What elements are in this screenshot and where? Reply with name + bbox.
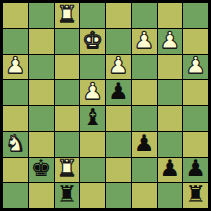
square-d4[interactable]: ♝: [80, 106, 105, 131]
white-pawn[interactable]: ♟: [185, 55, 206, 78]
square-g3[interactable]: [158, 132, 183, 157]
square-d3[interactable]: [80, 132, 105, 157]
square-c5[interactable]: [55, 80, 80, 105]
square-b1[interactable]: [29, 183, 54, 208]
square-e1[interactable]: [106, 183, 131, 208]
chess-board: ♜♚♟♟♟♟♟♟♟♝♞♟♚♜♟♟♜♜: [3, 3, 208, 208]
square-h6[interactable]: ♟: [183, 55, 208, 80]
black-bishop[interactable]: ♝: [82, 106, 103, 129]
white-pawn[interactable]: ♟: [134, 29, 155, 52]
square-b8[interactable]: [29, 3, 54, 28]
square-e7[interactable]: [106, 29, 131, 54]
chess-board-frame: ♜♚♟♟♟♟♟♟♟♝♞♟♚♜♟♟♜♜: [0, 0, 211, 211]
square-h7[interactable]: [183, 29, 208, 54]
square-b4[interactable]: [29, 106, 54, 131]
square-d5[interactable]: ♟: [80, 80, 105, 105]
square-d8[interactable]: [80, 3, 105, 28]
square-g4[interactable]: [158, 106, 183, 131]
square-f8[interactable]: [132, 3, 157, 28]
square-a5[interactable]: [3, 80, 28, 105]
square-e5[interactable]: ♟: [106, 80, 131, 105]
square-f1[interactable]: [132, 183, 157, 208]
square-a7[interactable]: [3, 29, 28, 54]
square-g6[interactable]: [158, 55, 183, 80]
square-a1[interactable]: [3, 183, 28, 208]
square-g2[interactable]: ♟: [158, 158, 183, 183]
white-knight[interactable]: ♞: [5, 132, 26, 155]
square-a8[interactable]: [3, 3, 28, 28]
square-f4[interactable]: [132, 106, 157, 131]
black-rook[interactable]: ♜: [185, 183, 206, 206]
square-b3[interactable]: [29, 132, 54, 157]
black-rook[interactable]: ♜: [57, 183, 78, 206]
square-h4[interactable]: [183, 106, 208, 131]
square-e6[interactable]: ♟: [106, 55, 131, 80]
black-king[interactable]: ♚: [31, 158, 52, 181]
square-c6[interactable]: [55, 55, 80, 80]
square-e2[interactable]: [106, 158, 131, 183]
white-pawn[interactable]: ♟: [108, 55, 129, 78]
square-c7[interactable]: [55, 29, 80, 54]
square-d2[interactable]: [80, 158, 105, 183]
square-f7[interactable]: ♟: [132, 29, 157, 54]
square-c4[interactable]: [55, 106, 80, 131]
square-h5[interactable]: [183, 80, 208, 105]
square-a2[interactable]: [3, 158, 28, 183]
square-e3[interactable]: [106, 132, 131, 157]
white-pawn[interactable]: ♟: [82, 80, 103, 103]
square-d6[interactable]: [80, 55, 105, 80]
square-h3[interactable]: [183, 132, 208, 157]
black-pawn[interactable]: ♟: [185, 158, 206, 181]
black-pawn[interactable]: ♟: [134, 132, 155, 155]
square-c8[interactable]: ♜: [55, 3, 80, 28]
square-g1[interactable]: [158, 183, 183, 208]
square-f2[interactable]: [132, 158, 157, 183]
white-pawn[interactable]: ♟: [160, 29, 181, 52]
white-pawn[interactable]: ♟: [5, 55, 26, 78]
white-king[interactable]: ♚: [82, 29, 103, 52]
square-g8[interactable]: [158, 3, 183, 28]
white-rook[interactable]: ♜: [57, 158, 78, 181]
square-a3[interactable]: ♞: [3, 132, 28, 157]
square-h1[interactable]: ♜: [183, 183, 208, 208]
square-e4[interactable]: [106, 106, 131, 131]
square-a4[interactable]: [3, 106, 28, 131]
square-f6[interactable]: [132, 55, 157, 80]
square-c1[interactable]: ♜: [55, 183, 80, 208]
square-g7[interactable]: ♟: [158, 29, 183, 54]
square-d1[interactable]: [80, 183, 105, 208]
square-d7[interactable]: ♚: [80, 29, 105, 54]
square-b5[interactable]: [29, 80, 54, 105]
square-e8[interactable]: [106, 3, 131, 28]
square-g5[interactable]: [158, 80, 183, 105]
square-h8[interactable]: [183, 3, 208, 28]
square-b6[interactable]: [29, 55, 54, 80]
black-pawn[interactable]: ♟: [160, 158, 181, 181]
square-f5[interactable]: [132, 80, 157, 105]
square-h2[interactable]: ♟: [183, 158, 208, 183]
black-pawn[interactable]: ♟: [108, 80, 129, 103]
white-rook[interactable]: ♜: [57, 3, 78, 26]
square-c2[interactable]: ♜: [55, 158, 80, 183]
square-b7[interactable]: [29, 29, 54, 54]
square-f3[interactable]: ♟: [132, 132, 157, 157]
square-a6[interactable]: ♟: [3, 55, 28, 80]
square-c3[interactable]: [55, 132, 80, 157]
square-b2[interactable]: ♚: [29, 158, 54, 183]
